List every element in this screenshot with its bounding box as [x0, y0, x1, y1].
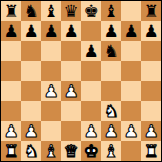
square-g1[interactable]	[121, 141, 141, 161]
square-g5[interactable]	[121, 61, 141, 81]
square-g8[interactable]	[121, 1, 141, 21]
square-g2[interactable]: ♟	[121, 121, 141, 141]
square-c8[interactable]: ♝	[41, 1, 61, 21]
square-a2[interactable]: ♟	[1, 121, 21, 141]
square-e1[interactable]: ♚	[81, 141, 101, 161]
piece-white-pawn[interactable]: ♟	[123, 121, 138, 141]
square-b1[interactable]: ♞	[21, 141, 41, 161]
piece-black-queen[interactable]: ♛	[63, 1, 78, 21]
square-h8[interactable]: ♜	[141, 1, 161, 21]
square-e2[interactable]: ♟	[81, 121, 101, 141]
square-b8[interactable]: ♞	[21, 1, 41, 21]
square-f8[interactable]: ♝	[101, 1, 121, 21]
chess-board: ♜♞♝♛♚♝♜♟♟♟♟♟♟♟♟♞♟♟♞♟♟♟♟♟♟♜♞♝♛♚♝♜	[1, 1, 161, 161]
piece-white-pawn[interactable]: ♟	[3, 121, 18, 141]
piece-black-knight[interactable]: ♞	[23, 1, 38, 21]
piece-white-pawn[interactable]: ♟	[63, 81, 78, 101]
square-g7[interactable]: ♟	[121, 21, 141, 41]
square-a5[interactable]	[1, 61, 21, 81]
square-c2[interactable]	[41, 121, 61, 141]
square-d5[interactable]	[61, 61, 81, 81]
square-e5[interactable]	[81, 61, 101, 81]
square-a8[interactable]: ♜	[1, 1, 21, 21]
square-f3[interactable]: ♞	[101, 101, 121, 121]
board-frame: ♜♞♝♛♚♝♜♟♟♟♟♟♟♟♟♞♟♟♞♟♟♟♟♟♟♜♞♝♛♚♝♜	[0, 0, 162, 162]
square-e3[interactable]	[81, 101, 101, 121]
piece-white-queen[interactable]: ♛	[63, 141, 78, 161]
piece-white-rook[interactable]: ♜	[3, 141, 18, 161]
square-h7[interactable]: ♟	[141, 21, 161, 41]
square-e6[interactable]: ♟	[81, 41, 101, 61]
square-h6[interactable]	[141, 41, 161, 61]
square-d1[interactable]: ♛	[61, 141, 81, 161]
piece-black-pawn[interactable]: ♟	[23, 21, 38, 41]
square-h3[interactable]	[141, 101, 161, 121]
piece-white-pawn[interactable]: ♟	[83, 121, 98, 141]
square-c5[interactable]	[41, 61, 61, 81]
square-f6[interactable]: ♞	[101, 41, 121, 61]
square-f5[interactable]	[101, 61, 121, 81]
square-b3[interactable]	[21, 101, 41, 121]
square-b4[interactable]	[21, 81, 41, 101]
piece-white-pawn[interactable]: ♟	[23, 121, 38, 141]
square-c3[interactable]	[41, 101, 61, 121]
square-e7[interactable]	[81, 21, 101, 41]
piece-black-bishop[interactable]: ♝	[43, 1, 58, 21]
square-a4[interactable]	[1, 81, 21, 101]
square-d7[interactable]: ♟	[61, 21, 81, 41]
square-a1[interactable]: ♜	[1, 141, 21, 161]
piece-white-king[interactable]: ♚	[83, 141, 98, 161]
piece-black-pawn[interactable]: ♟	[63, 21, 78, 41]
square-a3[interactable]	[1, 101, 21, 121]
square-e4[interactable]	[81, 81, 101, 101]
piece-black-pawn[interactable]: ♟	[3, 21, 18, 41]
square-g4[interactable]	[121, 81, 141, 101]
square-g3[interactable]	[121, 101, 141, 121]
square-f4[interactable]	[101, 81, 121, 101]
piece-white-pawn[interactable]: ♟	[143, 121, 158, 141]
piece-white-rook[interactable]: ♜	[143, 141, 158, 161]
square-b5[interactable]	[21, 61, 41, 81]
square-d6[interactable]	[61, 41, 81, 61]
square-f2[interactable]: ♟	[101, 121, 121, 141]
piece-white-bishop[interactable]: ♝	[43, 141, 58, 161]
piece-black-bishop[interactable]: ♝	[103, 1, 118, 21]
square-g6[interactable]	[121, 41, 141, 61]
square-d4[interactable]: ♟	[61, 81, 81, 101]
piece-black-rook[interactable]: ♜	[143, 1, 158, 21]
square-c4[interactable]: ♟	[41, 81, 61, 101]
piece-black-pawn[interactable]: ♟	[103, 21, 118, 41]
piece-black-pawn[interactable]: ♟	[123, 21, 138, 41]
piece-white-bishop[interactable]: ♝	[103, 141, 118, 161]
square-d8[interactable]: ♛	[61, 1, 81, 21]
square-b2[interactable]: ♟	[21, 121, 41, 141]
square-c7[interactable]: ♟	[41, 21, 61, 41]
square-d2[interactable]	[61, 121, 81, 141]
square-a7[interactable]: ♟	[1, 21, 21, 41]
square-a6[interactable]	[1, 41, 21, 61]
square-f1[interactable]: ♝	[101, 141, 121, 161]
piece-black-knight[interactable]: ♞	[103, 41, 118, 61]
piece-white-pawn[interactable]: ♟	[43, 81, 58, 101]
square-h5[interactable]	[141, 61, 161, 81]
square-c6[interactable]	[41, 41, 61, 61]
piece-white-knight[interactable]: ♞	[23, 141, 38, 161]
square-c1[interactable]: ♝	[41, 141, 61, 161]
square-h4[interactable]	[141, 81, 161, 101]
piece-black-king[interactable]: ♚	[83, 1, 98, 21]
square-b6[interactable]	[21, 41, 41, 61]
square-b7[interactable]: ♟	[21, 21, 41, 41]
piece-white-pawn[interactable]: ♟	[103, 121, 118, 141]
piece-black-pawn[interactable]: ♟	[83, 41, 98, 61]
square-e8[interactable]: ♚	[81, 1, 101, 21]
square-f7[interactable]: ♟	[101, 21, 121, 41]
square-h1[interactable]: ♜	[141, 141, 161, 161]
piece-black-pawn[interactable]: ♟	[43, 21, 58, 41]
piece-black-pawn[interactable]: ♟	[143, 21, 158, 41]
piece-white-knight[interactable]: ♞	[103, 101, 118, 121]
square-h2[interactable]: ♟	[141, 121, 161, 141]
square-d3[interactable]	[61, 101, 81, 121]
piece-black-rook[interactable]: ♜	[3, 1, 18, 21]
